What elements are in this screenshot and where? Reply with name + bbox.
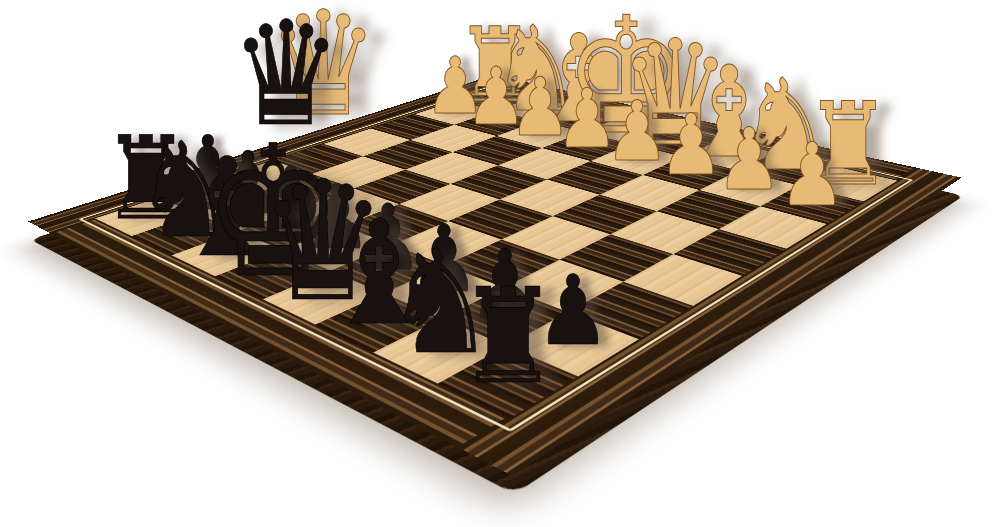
white-pawn-c2[interactable]: ♟ bbox=[658, 103, 723, 187]
black-rook-a8[interactable]: ♜ bbox=[457, 271, 559, 403]
white-pawn-b2[interactable]: ♟ bbox=[716, 117, 782, 203]
white-pawn-a2[interactable]: ♟ bbox=[778, 131, 845, 218]
chess-set-product-photo: ♜♞♝♛♚♝♞♜♟♟♟♟♟♟♟♟♟♟♟♟♟♟♟♟♜♞♝♛♚♝♞♜♛♛ bbox=[0, 0, 1000, 527]
